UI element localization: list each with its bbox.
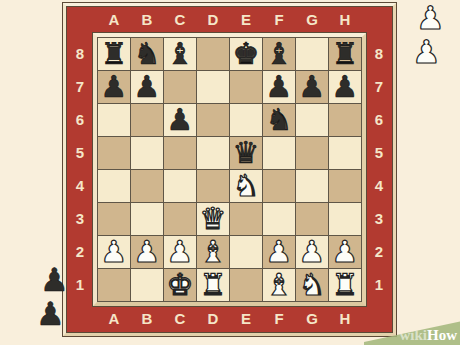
square-g5 [296,137,328,169]
file-label-f-top: F [274,7,283,33]
black-bishop-c8: ♝ [167,39,194,69]
square-h3 [329,203,361,235]
square-e4: ♞ [230,170,262,202]
square-d2: ♝ [197,236,229,268]
square-g1: ♞ [296,269,328,301]
black-pawn-b7: ♟ [134,72,161,102]
white-queen-d3: ♛ [200,204,227,234]
square-h6 [329,104,361,136]
square-g6 [296,104,328,136]
black-pawn-h7: ♟ [332,72,359,102]
captured-white-pawns-tray: ♟♟ [404,2,445,68]
square-d4 [197,170,229,202]
square-d3: ♛ [197,203,229,235]
file-label-d-bottom: D [208,306,219,332]
white-pawn-g2: ♟ [299,237,326,267]
square-c3 [164,203,196,235]
black-rook-a8: ♜ [101,39,128,69]
square-e1 [230,269,262,301]
square-a8: ♜ [98,38,130,70]
black-rook-h8: ♜ [332,39,359,69]
square-a1 [98,269,130,301]
square-c4 [164,170,196,202]
square-f2: ♟ [263,236,295,268]
file-label-a-bottom: A [109,306,120,332]
board-inner-frame: ♜♞♝♚♝♜♟♟♟♟♟♟♞♛♞♛♟♟♟♝♟♟♟♚♜♝♞♜ [93,33,366,306]
square-c6: ♟ [164,104,196,136]
rank-label-4-right: 4 [366,173,392,199]
rank-label-8-left: 8 [67,41,93,67]
white-pawn-a2: ♟ [101,237,128,267]
rank-label-5-left: 5 [67,140,93,166]
square-f5 [263,137,295,169]
square-b3 [131,203,163,235]
square-e8: ♚ [230,38,262,70]
square-a7: ♟ [98,71,130,103]
file-label-a-top: A [109,7,120,33]
rank-label-6-left: 6 [67,107,93,133]
black-king-e8: ♚ [233,39,260,69]
file-label-e-bottom: E [241,306,251,332]
square-f3 [263,203,295,235]
black-pawn-f7: ♟ [266,72,293,102]
file-label-f-bottom: F [274,306,283,332]
rank-label-2-right: 2 [366,239,392,265]
square-e3 [230,203,262,235]
rank-label-3-left: 3 [67,206,93,232]
white-pawn-captured-2: ♟ [412,36,445,68]
file-label-c-bottom: C [175,306,186,332]
square-f1: ♝ [263,269,295,301]
white-knight-g1: ♞ [299,270,326,300]
white-pawn-c2: ♟ [167,237,194,267]
square-f8: ♝ [263,38,295,70]
file-label-h-top: H [340,7,351,33]
square-g4 [296,170,328,202]
black-pawn-c6: ♟ [167,105,194,135]
square-f7: ♟ [263,71,295,103]
rank-label-5-right: 5 [366,140,392,166]
square-c8: ♝ [164,38,196,70]
square-b2: ♟ [131,236,163,268]
white-knight-e4: ♞ [233,171,260,201]
square-h2: ♟ [329,236,361,268]
square-b8: ♞ [131,38,163,70]
white-pawn-h2: ♟ [332,237,359,267]
square-b4 [131,170,163,202]
square-h1: ♜ [329,269,361,301]
rank-label-8-right: 8 [366,41,392,67]
file-label-g-top: G [306,7,318,33]
square-b1 [131,269,163,301]
rank-label-7-left: 7 [67,74,93,100]
rank-label-4-left: 4 [67,173,93,199]
rank-label-2-left: 2 [67,239,93,265]
watermark-how-text: How [427,327,457,343]
file-label-c-top: C [175,7,186,33]
rank-label-7-right: 7 [366,74,392,100]
square-f4 [263,170,295,202]
file-label-d-top: D [208,7,219,33]
black-queen-e5: ♛ [233,138,260,168]
board-red-border: ♜♞♝♚♝♜♟♟♟♟♟♟♞♛♞♛♟♟♟♝♟♟♟♚♜♝♞♜ AABBCCDDEEF… [67,7,392,332]
square-h5 [329,137,361,169]
square-h7: ♟ [329,71,361,103]
black-knight-b8: ♞ [134,39,161,69]
square-h8: ♜ [329,38,361,70]
file-label-e-top: E [241,7,251,33]
square-b5 [131,137,163,169]
rank-label-1-right: 1 [366,272,392,298]
rank-label-3-right: 3 [366,206,392,232]
square-a2: ♟ [98,236,130,268]
file-label-g-bottom: G [306,306,318,332]
square-g8 [296,38,328,70]
square-g3 [296,203,328,235]
square-g2: ♟ [296,236,328,268]
square-e5: ♛ [230,137,262,169]
square-b7: ♟ [131,71,163,103]
square-a5 [98,137,130,169]
screenshot-root: ♜♞♝♚♝♜♟♟♟♟♟♟♞♛♞♛♟♟♟♝♟♟♟♚♜♝♞♜ AABBCCDDEEF… [0,0,460,345]
rank-label-6-right: 6 [366,107,392,133]
black-pawn-captured-2: ♟ [36,298,69,330]
square-c2: ♟ [164,236,196,268]
black-pawn-captured-1: ♟ [40,264,69,296]
watermark-text: wikiHow [399,326,457,344]
file-label-b-bottom: B [142,306,153,332]
board-grid: ♜♞♝♚♝♜♟♟♟♟♟♟♞♛♞♛♟♟♟♝♟♟♟♚♜♝♞♜ [98,38,361,301]
rank-label-1-left: 1 [67,272,93,298]
black-pawn-g7: ♟ [299,72,326,102]
square-h4 [329,170,361,202]
watermark-wiki-text: wiki [399,327,427,343]
square-d1: ♜ [197,269,229,301]
black-bishop-f8: ♝ [266,39,293,69]
square-c1: ♚ [164,269,196,301]
white-bishop-f1: ♝ [266,270,293,300]
square-d5 [197,137,229,169]
square-g7: ♟ [296,71,328,103]
white-rook-h1: ♜ [332,270,359,300]
white-bishop-d2: ♝ [200,237,227,267]
square-f6: ♞ [263,104,295,136]
square-d8 [197,38,229,70]
square-c5 [164,137,196,169]
black-pawn-a7: ♟ [101,72,128,102]
file-label-b-top: B [142,7,153,33]
chess-board: ♜♞♝♚♝♜♟♟♟♟♟♟♞♛♞♛♟♟♟♝♟♟♟♚♜♝♞♜ AABBCCDDEEF… [63,3,396,336]
white-king-c1: ♚ [167,270,194,300]
square-c7 [164,71,196,103]
square-a4 [98,170,130,202]
white-pawn-captured-1: ♟ [416,2,445,34]
black-knight-f6: ♞ [266,105,293,135]
square-b6 [131,104,163,136]
captured-black-pawns-tray: ♟♟ [30,264,69,330]
white-pawn-f2: ♟ [266,237,293,267]
white-rook-d1: ♜ [200,270,227,300]
square-a6 [98,104,130,136]
square-d6 [197,104,229,136]
square-e7 [230,71,262,103]
file-label-h-bottom: H [340,306,351,332]
white-pawn-b2: ♟ [134,237,161,267]
square-e2 [230,236,262,268]
square-d7 [197,71,229,103]
square-a3 [98,203,130,235]
square-e6 [230,104,262,136]
